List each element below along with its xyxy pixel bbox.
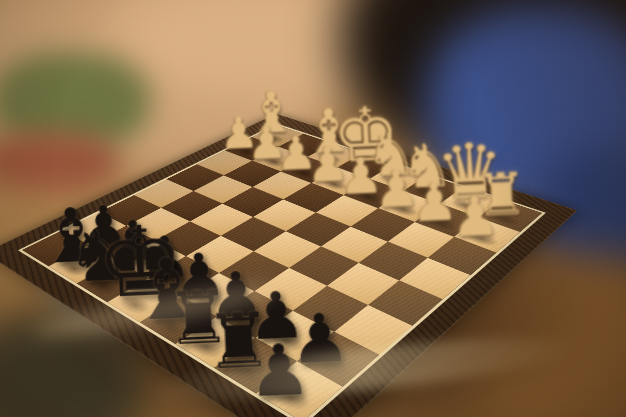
white-pawn[interactable]: ♟ — [450, 188, 500, 244]
board-square-d5[interactable] — [254, 231, 321, 268]
photo-scene: ♝♝♚♞♞♛♜♟♟♟♟♟♟♟♟♟♟♟♟♟♟♟♝♞♚♝♜♜♟ — [0, 0, 626, 417]
